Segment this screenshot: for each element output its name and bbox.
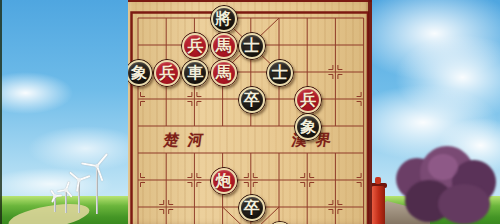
piece-black-soldier[interactable]: 卒	[238, 194, 266, 222]
piece-black-advisor[interactable]: 士	[238, 32, 266, 60]
piece-character: 兵	[159, 65, 175, 81]
tree-foliage	[438, 184, 490, 224]
game-screen: 楚河 漢界 將兵馬士象兵車馬士卒兵象炮卒	[0, 0, 500, 224]
piece-character: 卒	[244, 200, 260, 216]
piece-character: 將	[216, 11, 232, 27]
screen-edge-strip	[0, 0, 2, 224]
piece-character: 兵	[187, 38, 203, 54]
piece-red-horse[interactable]: 馬	[210, 32, 238, 60]
river-label-left: 楚河	[163, 131, 214, 150]
red-lighthouse	[371, 186, 385, 224]
piece-character: 馬	[216, 38, 232, 54]
board-side-shadow	[368, 0, 372, 224]
piece-red-soldier[interactable]: 兵	[153, 59, 181, 87]
xiangqi-board[interactable]: 楚河 漢界 將兵馬士象兵車馬士卒兵象炮卒	[128, 0, 372, 224]
piece-character: 象	[131, 65, 147, 81]
tree-foliage-highlight	[428, 154, 458, 180]
piece-character: 炮	[216, 173, 232, 189]
piece-character: 兵	[300, 92, 316, 108]
piece-red-cannon[interactable]: 炮	[210, 167, 238, 195]
piece-character: 車	[187, 65, 203, 81]
piece-black-elephant[interactable]: 象	[294, 113, 322, 141]
piece-red-soldier[interactable]: 兵	[294, 86, 322, 114]
piece-black-soldier[interactable]: 卒	[238, 86, 266, 114]
piece-black-advisor[interactable]: 士	[266, 59, 294, 87]
cloud	[0, 72, 73, 114]
piece-red-horse[interactable]: 馬	[210, 59, 238, 87]
piece-character: 象	[300, 119, 316, 135]
lighthouse-top	[375, 177, 381, 184]
piece-character: 卒	[244, 92, 260, 108]
piece-character: 士	[272, 65, 288, 81]
piece-character: 士	[244, 38, 260, 54]
piece-character: 馬	[216, 65, 232, 81]
piece-black-general[interactable]: 將	[210, 5, 238, 33]
